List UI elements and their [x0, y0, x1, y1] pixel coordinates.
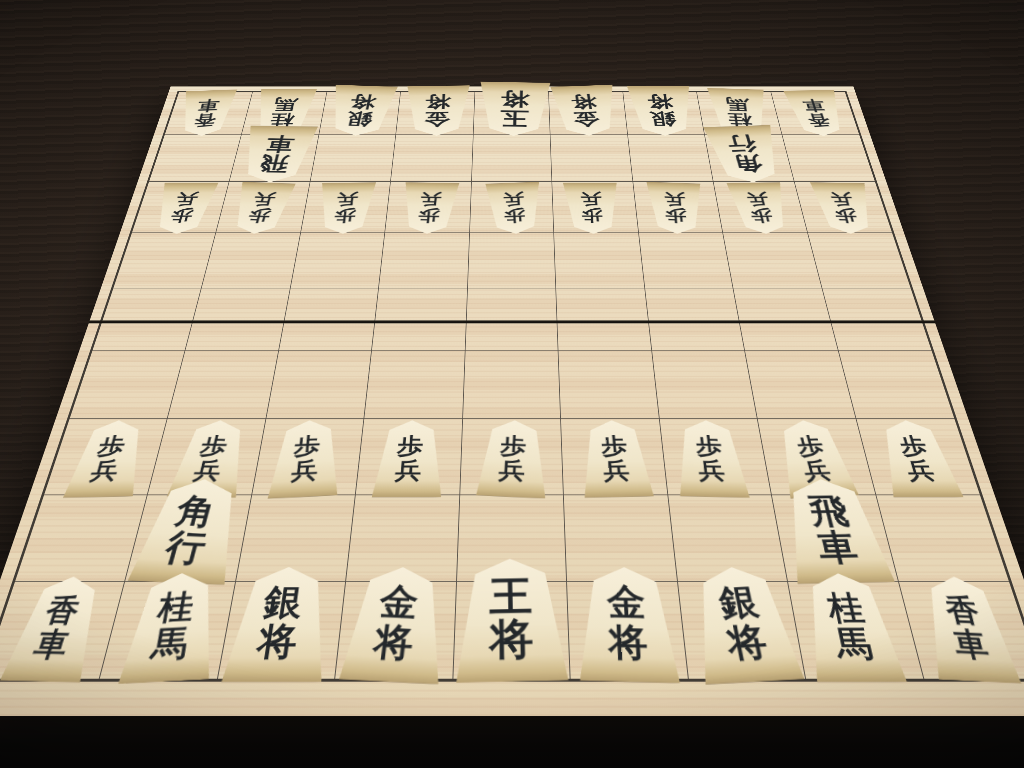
piece-sente-gold-general[interactable]: 金将 — [337, 565, 451, 684]
piece-kanji: 歩 — [833, 207, 859, 224]
piece-kanji: 車 — [196, 98, 221, 113]
piece-kanji: 桂 — [269, 112, 296, 128]
board-square[interactable] — [70, 350, 186, 419]
board-square[interactable] — [639, 233, 734, 289]
board-square[interactable]: 銀将 — [623, 92, 705, 135]
piece-gote-pawn[interactable]: 歩兵 — [225, 182, 297, 235]
piece-kanji: 香 — [805, 112, 831, 127]
piece-kanji: 金 — [572, 110, 601, 129]
piece-kanji: 歩 — [499, 433, 526, 458]
piece-kanji: 将 — [371, 621, 415, 664]
board-square[interactable]: 金将 — [396, 92, 475, 135]
board-square[interactable] — [365, 350, 466, 419]
piece-kanji: 香 — [193, 112, 218, 128]
piece-kanji: 銀 — [716, 583, 762, 624]
piece-kanji: 馬 — [149, 625, 191, 664]
piece-kanji: 将 — [500, 89, 529, 108]
piece-kanji: 歩 — [95, 433, 128, 458]
piece-kanji: 金 — [424, 110, 451, 128]
piece-kanji: 行 — [725, 134, 758, 154]
piece-kanji: 桂 — [825, 590, 867, 626]
piece-kanji: 歩 — [396, 433, 424, 457]
piece-gote-silver-general[interactable]: 銀将 — [626, 86, 700, 136]
board-square[interactable]: 歩兵 — [132, 182, 230, 233]
piece-kanji: 兵 — [904, 458, 938, 483]
piece-kanji: 歩 — [246, 207, 272, 224]
piece-sente-silver-general[interactable]: 銀将 — [219, 567, 337, 682]
scene: 香車桂馬銀将金将玉将金将銀将桂馬香車飛車角行歩兵歩兵歩兵歩兵歩兵歩兵歩兵歩兵歩兵… — [0, 0, 1024, 768]
board-square[interactable] — [113, 233, 216, 289]
piece-kanji: 車 — [801, 98, 827, 113]
piece-gote-pawn[interactable]: 歩兵 — [313, 182, 377, 234]
piece-kanji: 歩 — [333, 207, 356, 224]
piece-kanji: 兵 — [502, 191, 524, 208]
board-square[interactable] — [266, 350, 372, 419]
piece-kanji: 歩 — [417, 207, 440, 224]
piece-gote-gold-general[interactable]: 金将 — [403, 85, 472, 136]
board-square[interactable] — [564, 496, 678, 582]
piece-kanji: 桂 — [156, 589, 197, 626]
piece-sente-pawn[interactable]: 歩兵 — [672, 420, 752, 498]
board-square[interactable] — [236, 496, 356, 582]
piece-kanji: 兵 — [335, 191, 358, 208]
board-square[interactable] — [468, 233, 557, 289]
piece-kanji: 兵 — [697, 457, 726, 483]
board-square[interactable]: 歩兵 — [460, 419, 564, 496]
board-square[interactable] — [652, 350, 758, 419]
shogi-board: 香車桂馬銀将金将玉将金将銀将桂馬香車飛車角行歩兵歩兵歩兵歩兵歩兵歩兵歩兵歩兵歩兵… — [0, 86, 1024, 716]
piece-sente-pawn[interactable]: 歩兵 — [61, 420, 153, 498]
piece-kanji: 将 — [255, 622, 300, 663]
piece-kanji: 王 — [490, 575, 534, 618]
piece-kanji: 香 — [942, 594, 982, 629]
piece-kanji: 車 — [30, 627, 73, 662]
board-square[interactable] — [745, 350, 856, 419]
piece-kanji: 兵 — [745, 191, 770, 208]
board-square[interactable]: 桂馬 — [100, 581, 236, 678]
piece-sente-pawn[interactable]: 歩兵 — [266, 419, 344, 499]
board-square[interactable]: 香車 — [771, 92, 859, 135]
piece-gote-pawn[interactable]: 歩兵 — [561, 183, 622, 234]
piece-kanji: 兵 — [664, 191, 686, 208]
piece-kanji: 兵 — [498, 457, 526, 483]
board-square[interactable]: 銀将 — [678, 581, 807, 678]
board-square[interactable]: 角行 — [705, 135, 794, 182]
piece-kanji: 車 — [950, 627, 991, 663]
board-square[interactable] — [391, 135, 473, 182]
piece-sente-lance[interactable]: 香車 — [0, 576, 112, 683]
fold-seam — [89, 320, 936, 323]
piece-kanji: 金 — [606, 583, 646, 623]
board-square[interactable]: 歩兵 — [252, 419, 365, 496]
board-square[interactable]: 銀将 — [218, 581, 347, 678]
board-square[interactable]: 歩兵 — [633, 182, 723, 233]
piece-kanji: 将 — [608, 622, 649, 664]
piece-kanji: 銀 — [261, 584, 305, 623]
piece-kanji: 馬 — [272, 96, 299, 112]
piece-kanji: 兵 — [829, 191, 855, 208]
piece-sente-pawn[interactable]: 歩兵 — [474, 419, 549, 499]
piece-kanji: 飛 — [258, 153, 291, 174]
piece-gote-lance[interactable]: 香車 — [782, 90, 851, 136]
piece-gote-pawn[interactable]: 歩兵 — [725, 182, 795, 234]
piece-kanji: 飛 — [806, 494, 852, 530]
piece-sente-pawn[interactable]: 歩兵 — [578, 420, 656, 498]
piece-kanji: 将 — [348, 93, 377, 111]
board-square[interactable] — [202, 233, 301, 289]
piece-kanji: 銀 — [344, 110, 374, 129]
piece-kanji: 歩 — [794, 433, 826, 458]
piece-kanji: 将 — [490, 618, 535, 664]
piece-kanji: 馬 — [725, 96, 750, 112]
piece-kanji: 歩 — [581, 208, 604, 225]
board-square[interactable] — [149, 135, 242, 182]
piece-sente-gold-general[interactable]: 金将 — [576, 566, 682, 683]
board-square[interactable]: 角行 — [125, 496, 251, 582]
piece-kanji: 歩 — [749, 207, 775, 224]
board-square[interactable]: 王将 — [453, 581, 571, 678]
piece-kanji: 香 — [41, 594, 83, 628]
piece-sente-pawn[interactable]: 歩兵 — [370, 420, 446, 497]
piece-gote-pawn[interactable]: 歩兵 — [398, 182, 461, 234]
board-square[interactable] — [876, 496, 1009, 582]
board-square[interactable] — [463, 350, 561, 419]
piece-kanji: 兵 — [291, 457, 320, 483]
board-square[interactable]: 香車 — [165, 92, 253, 135]
board-square[interactable]: 玉将 — [473, 92, 550, 135]
board-square[interactable]: 飛車 — [230, 135, 319, 182]
board-square[interactable]: 銀将 — [319, 92, 401, 135]
piece-kanji: 歩 — [897, 433, 930, 457]
board-square[interactable]: 金将 — [549, 92, 628, 135]
piece-kanji: 将 — [723, 621, 770, 664]
board-square[interactable]: 歩兵 — [794, 182, 892, 233]
piece-kanji: 兵 — [394, 458, 422, 483]
piece-kanji: 角 — [731, 153, 765, 174]
piece-kanji: 将 — [425, 93, 451, 111]
board-square[interactable]: 歩兵 — [44, 419, 168, 496]
piece-kanji: 車 — [263, 134, 296, 154]
board-square[interactable] — [310, 135, 396, 182]
piece-kanji: 兵 — [419, 191, 442, 208]
board-square[interactable]: 歩兵 — [216, 182, 310, 233]
board-square[interactable]: 歩兵 — [561, 419, 668, 496]
board-square[interactable]: 歩兵 — [356, 419, 463, 496]
piece-kanji: 兵 — [251, 191, 277, 208]
piece-kanji: 兵 — [801, 457, 834, 483]
board-square[interactable] — [168, 350, 279, 419]
board-square[interactable] — [559, 350, 660, 419]
board-square[interactable] — [668, 496, 788, 582]
piece-kanji: 銀 — [649, 110, 678, 128]
piece-kanji: 将 — [647, 93, 675, 110]
piece-gote-pawn[interactable]: 歩兵 — [147, 183, 219, 234]
board-square[interactable]: 歩兵 — [856, 419, 980, 496]
piece-gote-gold-general[interactable]: 金将 — [549, 85, 623, 137]
piece-kanji: 歩 — [665, 207, 688, 224]
board-square[interactable]: 歩兵 — [470, 182, 554, 233]
piece-kanji: 行 — [161, 529, 209, 568]
piece-gote-silver-general[interactable]: 銀将 — [321, 85, 398, 137]
board-square[interactable]: 歩兵 — [714, 182, 808, 233]
board-square[interactable]: 歩兵 — [552, 182, 638, 233]
piece-kanji: 玉 — [499, 108, 529, 128]
piece-sente-lance[interactable]: 香車 — [914, 575, 1023, 684]
piece-kanji: 金 — [377, 583, 420, 623]
board-square[interactable]: 歩兵 — [301, 182, 391, 233]
piece-kanji: 角 — [172, 493, 219, 530]
piece-kanji: 兵 — [580, 191, 602, 207]
piece-gote-pawn[interactable]: 歩兵 — [809, 182, 881, 234]
board-square[interactable] — [554, 233, 645, 289]
piece-sente-pawn[interactable]: 歩兵 — [871, 420, 965, 497]
board-square[interactable] — [551, 135, 633, 182]
board-square[interactable] — [290, 233, 385, 289]
piece-kanji: 歩 — [600, 433, 628, 458]
piece-gote-king[interactable]: 玉将 — [475, 82, 552, 137]
board-square[interactable]: 歩兵 — [659, 419, 772, 496]
board-square[interactable] — [379, 233, 470, 289]
piece-sente-knight[interactable]: 桂馬 — [117, 571, 226, 684]
piece-kanji: 歩 — [695, 433, 724, 458]
board-square[interactable] — [723, 233, 822, 289]
piece-kanji: 兵 — [174, 191, 200, 207]
piece-kanji: 兵 — [602, 457, 631, 483]
piece-kanji: 将 — [570, 93, 598, 111]
piece-kanji: 馬 — [832, 626, 876, 663]
piece-kanji: 車 — [814, 529, 862, 567]
piece-kanji: 歩 — [293, 433, 321, 458]
board-square[interactable] — [628, 135, 714, 182]
board-square[interactable]: 歩兵 — [385, 182, 471, 233]
board-grid: 香車桂馬銀将金将玉将金将銀将桂馬香車飛車角行歩兵歩兵歩兵歩兵歩兵歩兵歩兵歩兵歩兵… — [0, 91, 1024, 682]
piece-kanji: 兵 — [88, 457, 121, 483]
piece-kanji: 歩 — [169, 208, 195, 225]
piece-sente-knight[interactable]: 桂馬 — [794, 573, 908, 682]
piece-gote-rook[interactable]: 飛車 — [233, 126, 320, 183]
board-square[interactable] — [782, 135, 875, 182]
piece-kanji: 歩 — [199, 433, 231, 458]
piece-kanji: 兵 — [192, 457, 224, 483]
piece-gote-pawn[interactable]: 歩兵 — [645, 182, 707, 235]
board-square[interactable]: 金将 — [567, 581, 688, 678]
piece-gote-lance[interactable]: 香車 — [174, 89, 238, 136]
board-square[interactable] — [472, 135, 553, 182]
board-square[interactable] — [838, 350, 954, 419]
piece-gote-pawn[interactable]: 歩兵 — [484, 182, 545, 235]
board-square[interactable] — [808, 233, 911, 289]
board-square[interactable]: 金将 — [335, 581, 456, 678]
piece-kanji: 歩 — [503, 207, 526, 225]
